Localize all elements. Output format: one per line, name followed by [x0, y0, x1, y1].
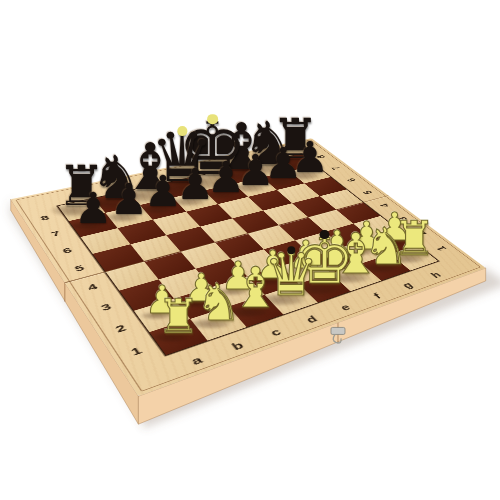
black-pawn-icon: ♟ [110, 178, 148, 221]
black-pawn-icon: ♟ [74, 186, 112, 229]
piece-black-pawn-b7: ♟ [110, 178, 148, 221]
white-rook-icon: ♜ [157, 294, 200, 342]
chess-set-product-photo: 88a77b66c55d44e33f22g11h ♜♞♟♝♟♚♟♛♟♝♟♞♟♜♟… [0, 0, 500, 500]
white-knight-icon: ♞ [195, 277, 241, 328]
royal-tip-black [287, 246, 296, 255]
piece-white-rook-a1: ♜ [157, 294, 200, 342]
black-pawn-icon: ♟ [144, 170, 182, 213]
pieces-layer: ♜♞♟♝♟♚♟♛♟♝♟♞♟♜♟♟♟♟♜♟♞♟♝♟♚♟♛♟♝♟♞♜ [0, 0, 500, 500]
piece-black-pawn-a7: ♟ [74, 186, 112, 229]
piece-black-pawn-c7: ♟ [144, 170, 182, 213]
piece-white-knight-b1: ♞ [195, 277, 241, 328]
